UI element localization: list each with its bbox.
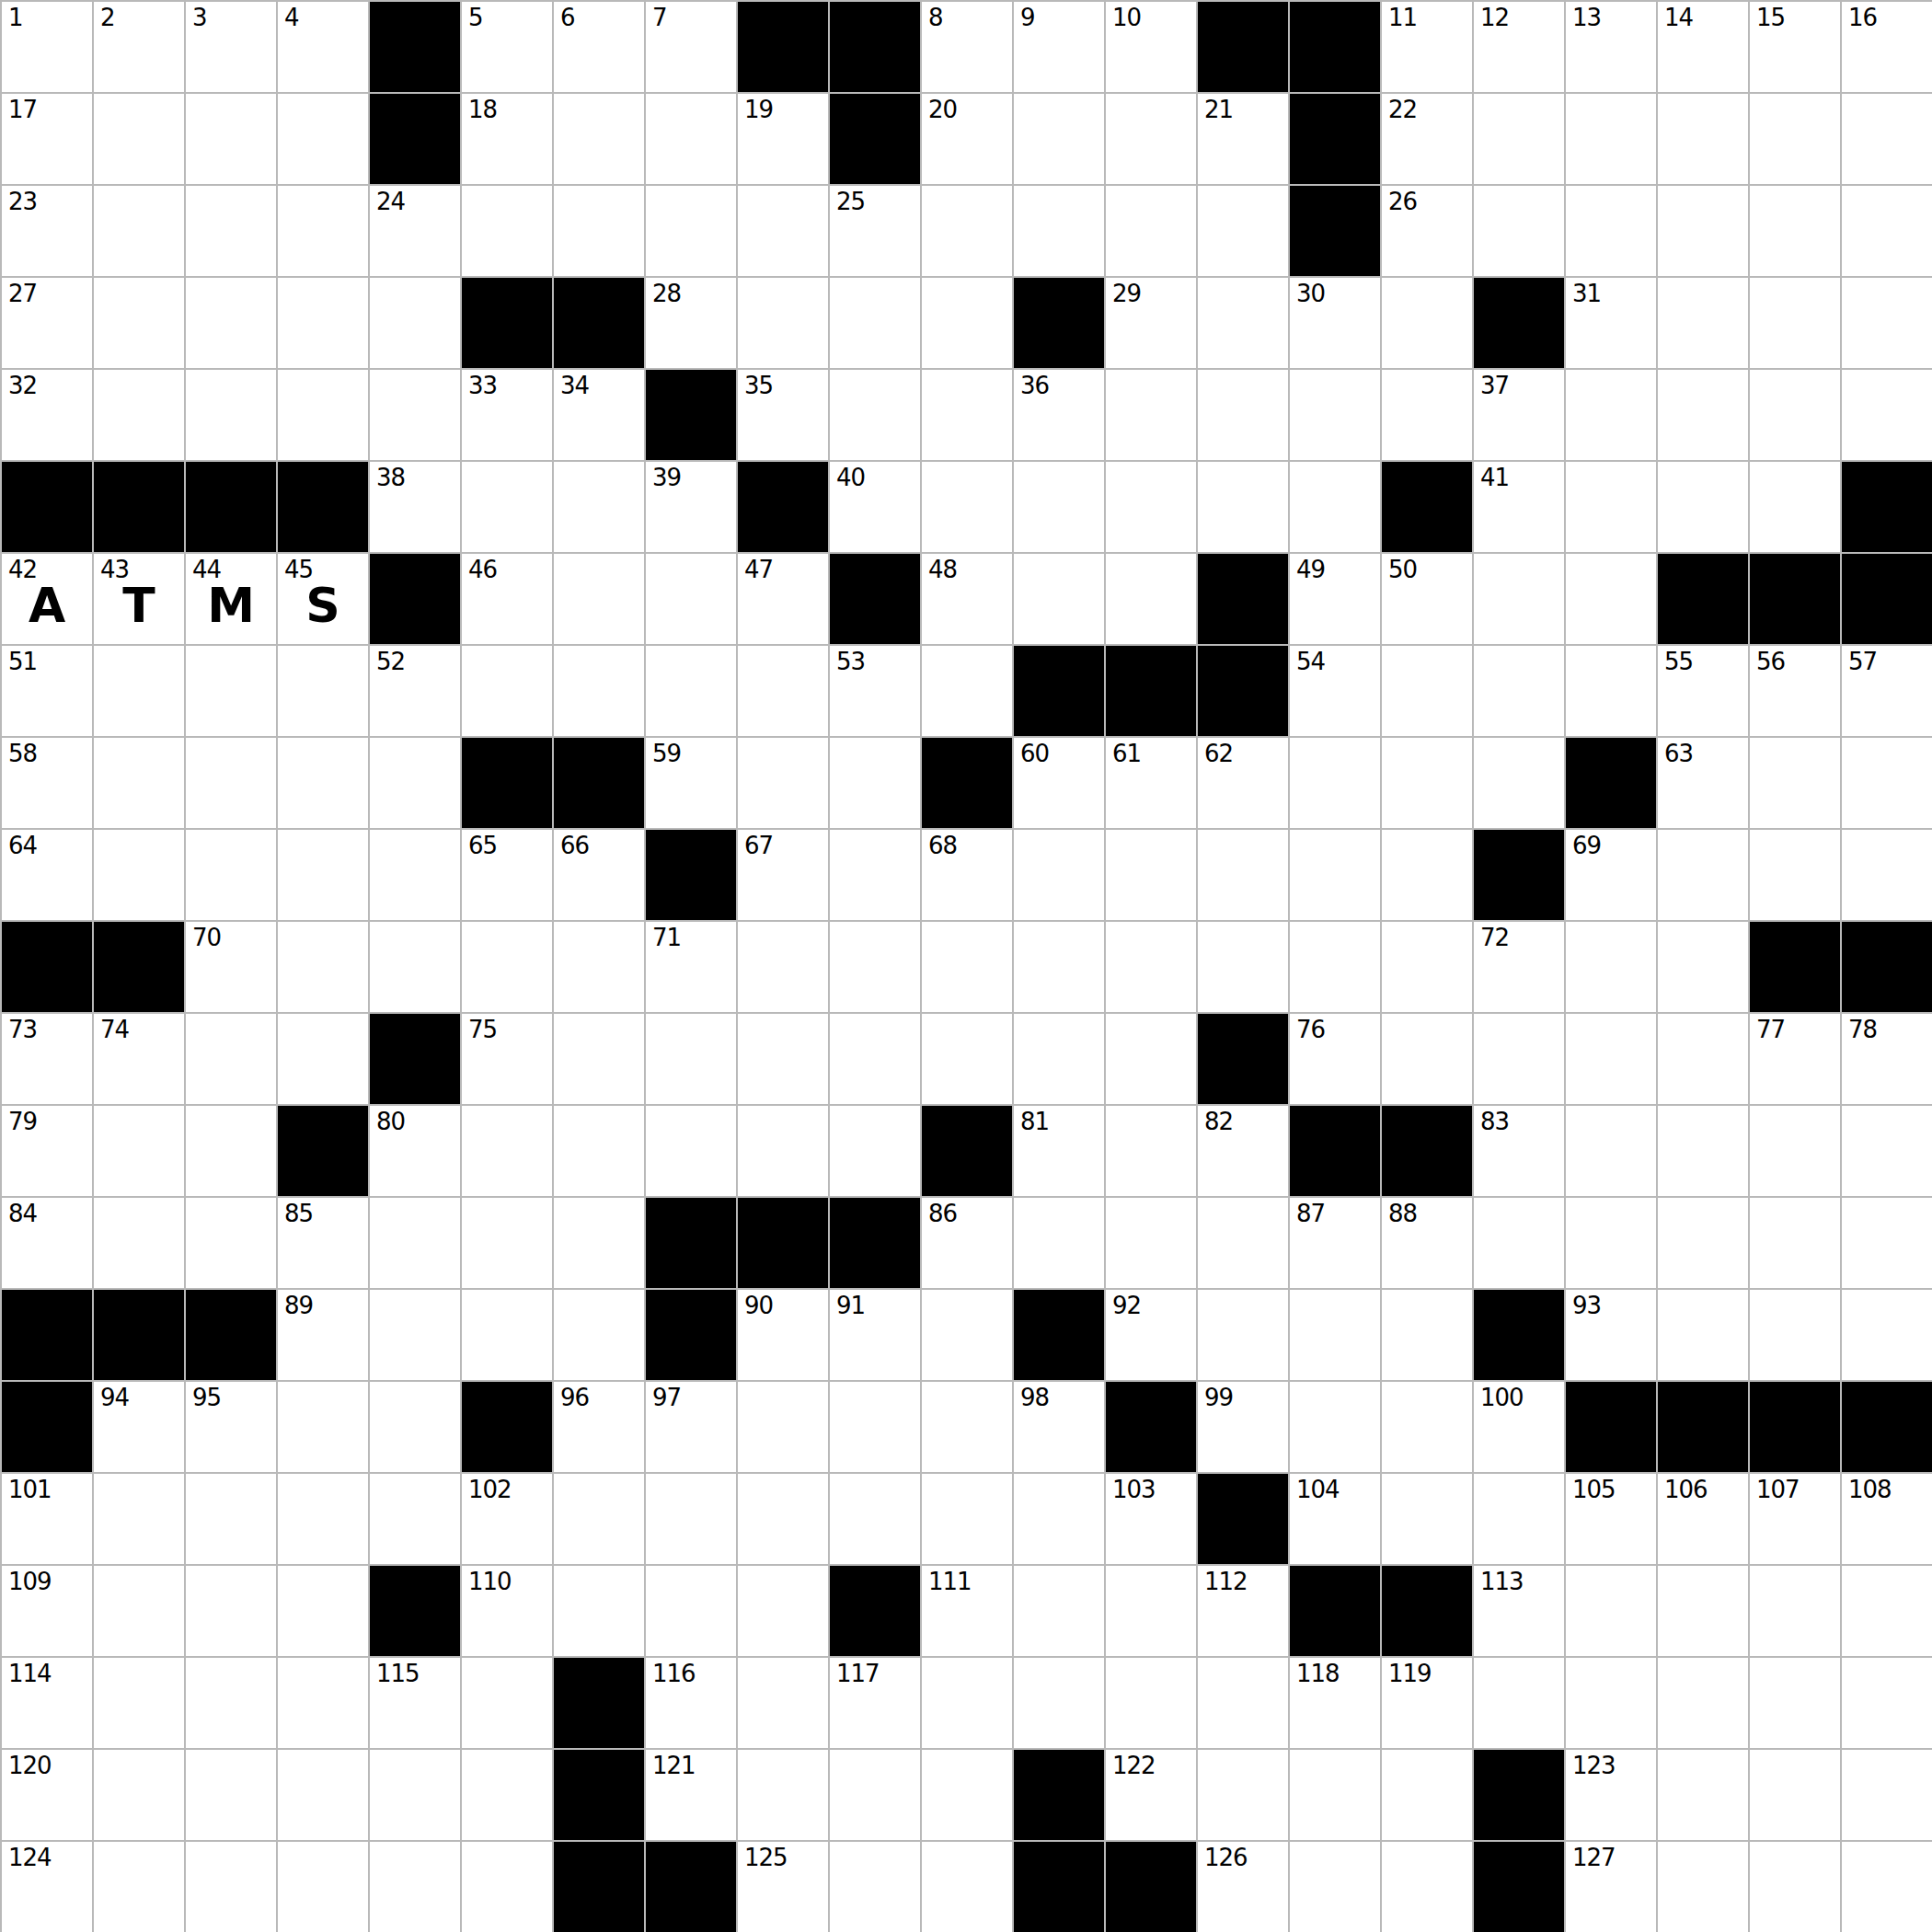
cell-r6c8[interactable]: 47 xyxy=(738,554,828,644)
cell-r18c0[interactable]: 114 xyxy=(2,1658,92,1748)
cell-r8c0[interactable]: 58 xyxy=(2,738,92,828)
cell-r16c1[interactable] xyxy=(94,1474,184,1564)
cell-r15c4[interactable] xyxy=(370,1382,460,1472)
cell-r19c10[interactable] xyxy=(922,1750,1012,1840)
cell-r10c12[interactable] xyxy=(1106,922,1196,1012)
cell-r17c11[interactable] xyxy=(1014,1566,1104,1656)
cell-r8c12[interactable]: 61 xyxy=(1106,738,1196,828)
cell-r7c5[interactable] xyxy=(462,646,552,736)
cell-r0c15[interactable]: 11 xyxy=(1382,2,1472,92)
cell-r3c13[interactable] xyxy=(1198,278,1288,368)
cell-r7c6[interactable] xyxy=(554,646,644,736)
cell-r7c19[interactable]: 56 xyxy=(1750,646,1840,736)
cell-r14c9[interactable]: 91 xyxy=(830,1290,920,1380)
cell-r8c13[interactable]: 62 xyxy=(1198,738,1288,828)
cell-r3c2[interactable] xyxy=(186,278,276,368)
cell-r12c18[interactable] xyxy=(1658,1106,1748,1196)
cell-r7c7[interactable] xyxy=(646,646,736,736)
cell-r11c15[interactable] xyxy=(1382,1014,1472,1104)
cell-r3c3[interactable] xyxy=(278,278,368,368)
cell-r14c4[interactable] xyxy=(370,1290,460,1380)
cell-r8c14[interactable] xyxy=(1290,738,1380,828)
cell-r18c12[interactable] xyxy=(1106,1658,1196,1748)
cell-r14c5[interactable] xyxy=(462,1290,552,1380)
cell-r8c15[interactable] xyxy=(1382,738,1472,828)
cell-r2c18[interactable] xyxy=(1658,186,1748,276)
cell-r1c11[interactable] xyxy=(1014,94,1104,184)
cell-r11c3[interactable] xyxy=(278,1014,368,1104)
cell-r12c19[interactable] xyxy=(1750,1106,1840,1196)
cell-r1c13[interactable]: 21 xyxy=(1198,94,1288,184)
cell-r11c10[interactable] xyxy=(922,1014,1012,1104)
cell-r11c9[interactable] xyxy=(830,1014,920,1104)
cell-r16c18[interactable]: 106 xyxy=(1658,1474,1748,1564)
cell-r6c2[interactable]: 44M xyxy=(186,554,276,644)
cell-r12c8[interactable] xyxy=(738,1106,828,1196)
cell-r2c4[interactable]: 24 xyxy=(370,186,460,276)
cell-r4c14[interactable] xyxy=(1290,370,1380,460)
cell-r19c13[interactable] xyxy=(1198,1750,1288,1840)
cell-r4c5[interactable]: 33 xyxy=(462,370,552,460)
cell-r20c5[interactable] xyxy=(462,1842,552,1932)
cell-r10c5[interactable] xyxy=(462,922,552,1012)
cell-r4c19[interactable] xyxy=(1750,370,1840,460)
cell-r16c7[interactable] xyxy=(646,1474,736,1564)
cell-r7c2[interactable] xyxy=(186,646,276,736)
cell-r17c12[interactable] xyxy=(1106,1566,1196,1656)
cell-r3c19[interactable] xyxy=(1750,278,1840,368)
cell-r16c9[interactable] xyxy=(830,1474,920,1564)
cell-r5c6[interactable] xyxy=(554,462,644,552)
cell-r14c19[interactable] xyxy=(1750,1290,1840,1380)
cell-r7c8[interactable] xyxy=(738,646,828,736)
cell-r16c6[interactable] xyxy=(554,1474,644,1564)
cell-r16c20[interactable]: 108 xyxy=(1842,1474,1932,1564)
cell-r13c6[interactable] xyxy=(554,1198,644,1288)
cell-r1c20[interactable] xyxy=(1842,94,1932,184)
cell-r13c5[interactable] xyxy=(462,1198,552,1288)
cell-r18c15[interactable]: 119 xyxy=(1382,1658,1472,1748)
cell-r17c17[interactable] xyxy=(1566,1566,1656,1656)
cell-r4c15[interactable] xyxy=(1382,370,1472,460)
cell-r4c2[interactable] xyxy=(186,370,276,460)
cell-r11c17[interactable] xyxy=(1566,1014,1656,1104)
cell-r18c16[interactable] xyxy=(1474,1658,1564,1748)
cell-r3c10[interactable] xyxy=(922,278,1012,368)
cell-r5c11[interactable] xyxy=(1014,462,1104,552)
cell-r19c3[interactable] xyxy=(278,1750,368,1840)
cell-r18c17[interactable] xyxy=(1566,1658,1656,1748)
cell-r18c19[interactable] xyxy=(1750,1658,1840,1748)
cell-r13c14[interactable]: 87 xyxy=(1290,1198,1380,1288)
cell-r8c20[interactable] xyxy=(1842,738,1932,828)
cell-r15c1[interactable]: 94 xyxy=(94,1382,184,1472)
cell-r20c3[interactable] xyxy=(278,1842,368,1932)
cell-r17c19[interactable] xyxy=(1750,1566,1840,1656)
cell-r16c0[interactable]: 101 xyxy=(2,1474,92,1564)
cell-r19c19[interactable] xyxy=(1750,1750,1840,1840)
cell-r20c17[interactable]: 127 xyxy=(1566,1842,1656,1932)
cell-r11c11[interactable] xyxy=(1014,1014,1104,1104)
cell-r1c6[interactable] xyxy=(554,94,644,184)
cell-r8c18[interactable]: 63 xyxy=(1658,738,1748,828)
cell-r4c18[interactable] xyxy=(1658,370,1748,460)
cell-r19c9[interactable] xyxy=(830,1750,920,1840)
cell-r13c16[interactable] xyxy=(1474,1198,1564,1288)
cell-r2c7[interactable] xyxy=(646,186,736,276)
cell-r12c6[interactable] xyxy=(554,1106,644,1196)
cell-r18c2[interactable] xyxy=(186,1658,276,1748)
cell-r0c17[interactable]: 13 xyxy=(1566,2,1656,92)
cell-r11c1[interactable]: 74 xyxy=(94,1014,184,1104)
cell-r4c6[interactable]: 34 xyxy=(554,370,644,460)
cell-r0c19[interactable]: 15 xyxy=(1750,2,1840,92)
cell-r5c10[interactable] xyxy=(922,462,1012,552)
cell-r4c13[interactable] xyxy=(1198,370,1288,460)
cell-r6c17[interactable] xyxy=(1566,554,1656,644)
cell-r7c18[interactable]: 55 xyxy=(1658,646,1748,736)
cell-r7c9[interactable]: 53 xyxy=(830,646,920,736)
cell-r18c3[interactable] xyxy=(278,1658,368,1748)
cell-r16c10[interactable] xyxy=(922,1474,1012,1564)
cell-r9c15[interactable] xyxy=(1382,830,1472,920)
cell-r10c17[interactable] xyxy=(1566,922,1656,1012)
cell-r0c6[interactable]: 6 xyxy=(554,2,644,92)
cell-r18c14[interactable]: 118 xyxy=(1290,1658,1380,1748)
cell-r11c12[interactable] xyxy=(1106,1014,1196,1104)
cell-r19c20[interactable] xyxy=(1842,1750,1932,1840)
cell-r1c15[interactable]: 22 xyxy=(1382,94,1472,184)
cell-r14c10[interactable] xyxy=(922,1290,1012,1380)
cell-r6c0[interactable]: 42A xyxy=(2,554,92,644)
cell-r13c17[interactable] xyxy=(1566,1198,1656,1288)
cell-r7c16[interactable] xyxy=(1474,646,1564,736)
cell-r12c12[interactable] xyxy=(1106,1106,1196,1196)
cell-r17c0[interactable]: 109 xyxy=(2,1566,92,1656)
cell-r19c14[interactable] xyxy=(1290,1750,1380,1840)
cell-r20c15[interactable] xyxy=(1382,1842,1472,1932)
cell-r14c13[interactable] xyxy=(1198,1290,1288,1380)
cell-r19c8[interactable] xyxy=(738,1750,828,1840)
cell-r11c0[interactable]: 73 xyxy=(2,1014,92,1104)
cell-r9c20[interactable] xyxy=(1842,830,1932,920)
cell-r9c6[interactable]: 66 xyxy=(554,830,644,920)
cell-r0c18[interactable]: 14 xyxy=(1658,2,1748,92)
cell-r8c2[interactable] xyxy=(186,738,276,828)
cell-r7c17[interactable] xyxy=(1566,646,1656,736)
cell-r18c13[interactable] xyxy=(1198,1658,1288,1748)
cell-r9c12[interactable] xyxy=(1106,830,1196,920)
cell-r0c16[interactable]: 12 xyxy=(1474,2,1564,92)
cell-r12c20[interactable] xyxy=(1842,1106,1932,1196)
cell-r8c8[interactable] xyxy=(738,738,828,828)
cell-r9c10[interactable]: 68 xyxy=(922,830,1012,920)
cell-r15c6[interactable]: 96 xyxy=(554,1382,644,1472)
cell-r20c13[interactable]: 126 xyxy=(1198,1842,1288,1932)
cell-r4c10[interactable] xyxy=(922,370,1012,460)
cell-r14c14[interactable] xyxy=(1290,1290,1380,1380)
cell-r14c18[interactable] xyxy=(1658,1290,1748,1380)
cell-r8c9[interactable] xyxy=(830,738,920,828)
cell-r19c0[interactable]: 120 xyxy=(2,1750,92,1840)
cell-r13c12[interactable] xyxy=(1106,1198,1196,1288)
cell-r6c15[interactable]: 50 xyxy=(1382,554,1472,644)
cell-r14c3[interactable]: 89 xyxy=(278,1290,368,1380)
cell-r11c19[interactable]: 77 xyxy=(1750,1014,1840,1104)
cell-r10c4[interactable] xyxy=(370,922,460,1012)
cell-r7c15[interactable] xyxy=(1382,646,1472,736)
cell-r11c7[interactable] xyxy=(646,1014,736,1104)
cell-r4c11[interactable]: 36 xyxy=(1014,370,1104,460)
cell-r1c8[interactable]: 19 xyxy=(738,94,828,184)
cell-r3c17[interactable]: 31 xyxy=(1566,278,1656,368)
cell-r15c3[interactable] xyxy=(278,1382,368,1472)
cell-r9c17[interactable]: 69 xyxy=(1566,830,1656,920)
cell-r2c12[interactable] xyxy=(1106,186,1196,276)
cell-r7c1[interactable] xyxy=(94,646,184,736)
cell-r11c2[interactable] xyxy=(186,1014,276,1104)
cell-r9c14[interactable] xyxy=(1290,830,1380,920)
cell-r2c20[interactable] xyxy=(1842,186,1932,276)
cell-r9c3[interactable] xyxy=(278,830,368,920)
cell-r15c13[interactable]: 99 xyxy=(1198,1382,1288,1472)
cell-r15c11[interactable]: 98 xyxy=(1014,1382,1104,1472)
cell-r11c6[interactable] xyxy=(554,1014,644,1104)
cell-r11c5[interactable]: 75 xyxy=(462,1014,552,1104)
cell-r18c4[interactable]: 115 xyxy=(370,1658,460,1748)
cell-r10c11[interactable] xyxy=(1014,922,1104,1012)
cell-r5c19[interactable] xyxy=(1750,462,1840,552)
cell-r3c12[interactable]: 29 xyxy=(1106,278,1196,368)
cell-r2c17[interactable] xyxy=(1566,186,1656,276)
cell-r18c9[interactable]: 117 xyxy=(830,1658,920,1748)
cell-r0c5[interactable]: 5 xyxy=(462,2,552,92)
cell-r2c13[interactable] xyxy=(1198,186,1288,276)
cell-r8c19[interactable] xyxy=(1750,738,1840,828)
cell-r17c1[interactable] xyxy=(94,1566,184,1656)
cell-r2c6[interactable] xyxy=(554,186,644,276)
cell-r5c13[interactable] xyxy=(1198,462,1288,552)
cell-r1c1[interactable] xyxy=(94,94,184,184)
cell-r6c10[interactable]: 48 xyxy=(922,554,1012,644)
cell-r12c9[interactable] xyxy=(830,1106,920,1196)
cell-r17c10[interactable]: 111 xyxy=(922,1566,1012,1656)
cell-r16c8[interactable] xyxy=(738,1474,828,1564)
cell-r15c16[interactable]: 100 xyxy=(1474,1382,1564,1472)
cell-r2c5[interactable] xyxy=(462,186,552,276)
cell-r12c2[interactable] xyxy=(186,1106,276,1196)
cell-r18c5[interactable] xyxy=(462,1658,552,1748)
cell-r16c15[interactable] xyxy=(1382,1474,1472,1564)
cell-r13c15[interactable]: 88 xyxy=(1382,1198,1472,1288)
cell-r5c5[interactable] xyxy=(462,462,552,552)
cell-r18c20[interactable] xyxy=(1842,1658,1932,1748)
cell-r1c18[interactable] xyxy=(1658,94,1748,184)
cell-r5c14[interactable] xyxy=(1290,462,1380,552)
cell-r13c11[interactable] xyxy=(1014,1198,1104,1288)
cell-r16c17[interactable]: 105 xyxy=(1566,1474,1656,1564)
cell-r0c11[interactable]: 9 xyxy=(1014,2,1104,92)
cell-r3c0[interactable]: 27 xyxy=(2,278,92,368)
cell-r4c20[interactable] xyxy=(1842,370,1932,460)
cell-r14c15[interactable] xyxy=(1382,1290,1472,1380)
cell-r16c12[interactable]: 103 xyxy=(1106,1474,1196,1564)
cell-r0c7[interactable]: 7 xyxy=(646,2,736,92)
cell-r9c19[interactable] xyxy=(1750,830,1840,920)
cell-r18c10[interactable] xyxy=(922,1658,1012,1748)
cell-r12c0[interactable]: 79 xyxy=(2,1106,92,1196)
cell-r11c18[interactable] xyxy=(1658,1014,1748,1104)
cell-r4c1[interactable] xyxy=(94,370,184,460)
cell-r19c1[interactable] xyxy=(94,1750,184,1840)
cell-r4c9[interactable] xyxy=(830,370,920,460)
cell-r3c4[interactable] xyxy=(370,278,460,368)
cell-r10c14[interactable] xyxy=(1290,922,1380,1012)
cell-r10c2[interactable]: 70 xyxy=(186,922,276,1012)
cell-r10c13[interactable] xyxy=(1198,922,1288,1012)
cell-r5c18[interactable] xyxy=(1658,462,1748,552)
cell-r12c17[interactable] xyxy=(1566,1106,1656,1196)
cell-r11c20[interactable]: 78 xyxy=(1842,1014,1932,1104)
cell-r1c0[interactable]: 17 xyxy=(2,94,92,184)
cell-r0c12[interactable]: 10 xyxy=(1106,2,1196,92)
cell-r7c3[interactable] xyxy=(278,646,368,736)
cell-r8c7[interactable]: 59 xyxy=(646,738,736,828)
cell-r16c16[interactable] xyxy=(1474,1474,1564,1564)
cell-r4c17[interactable] xyxy=(1566,370,1656,460)
cell-r11c8[interactable] xyxy=(738,1014,828,1104)
cell-r4c16[interactable]: 37 xyxy=(1474,370,1564,460)
cell-r6c12[interactable] xyxy=(1106,554,1196,644)
cell-r16c2[interactable] xyxy=(186,1474,276,1564)
cell-r15c9[interactable] xyxy=(830,1382,920,1472)
cell-r9c18[interactable] xyxy=(1658,830,1748,920)
cell-r17c3[interactable] xyxy=(278,1566,368,1656)
cell-r10c6[interactable] xyxy=(554,922,644,1012)
cell-r14c12[interactable]: 92 xyxy=(1106,1290,1196,1380)
cell-r1c10[interactable]: 20 xyxy=(922,94,1012,184)
cell-r13c10[interactable]: 86 xyxy=(922,1198,1012,1288)
cell-r6c11[interactable] xyxy=(1014,554,1104,644)
cell-r20c19[interactable] xyxy=(1750,1842,1840,1932)
cell-r3c1[interactable] xyxy=(94,278,184,368)
cell-r1c19[interactable] xyxy=(1750,94,1840,184)
cell-r13c1[interactable] xyxy=(94,1198,184,1288)
cell-r10c18[interactable] xyxy=(1658,922,1748,1012)
cell-r12c1[interactable] xyxy=(94,1106,184,1196)
cell-r18c7[interactable]: 116 xyxy=(646,1658,736,1748)
cell-r8c1[interactable] xyxy=(94,738,184,828)
cell-r1c16[interactable] xyxy=(1474,94,1564,184)
cell-r12c5[interactable] xyxy=(462,1106,552,1196)
cell-r1c3[interactable] xyxy=(278,94,368,184)
cell-r12c4[interactable]: 80 xyxy=(370,1106,460,1196)
cell-r11c14[interactable]: 76 xyxy=(1290,1014,1380,1104)
cell-r2c10[interactable] xyxy=(922,186,1012,276)
cell-r14c17[interactable]: 93 xyxy=(1566,1290,1656,1380)
cell-r2c15[interactable]: 26 xyxy=(1382,186,1472,276)
cell-r12c7[interactable] xyxy=(646,1106,736,1196)
cell-r1c12[interactable] xyxy=(1106,94,1196,184)
cell-r19c5[interactable] xyxy=(462,1750,552,1840)
cell-r12c16[interactable]: 83 xyxy=(1474,1106,1564,1196)
cell-r19c12[interactable]: 122 xyxy=(1106,1750,1196,1840)
cell-r1c7[interactable] xyxy=(646,94,736,184)
cell-r13c13[interactable] xyxy=(1198,1198,1288,1288)
cell-r2c11[interactable] xyxy=(1014,186,1104,276)
cell-r4c3[interactable] xyxy=(278,370,368,460)
cell-r3c8[interactable] xyxy=(738,278,828,368)
cell-r5c7[interactable]: 39 xyxy=(646,462,736,552)
cell-r6c16[interactable] xyxy=(1474,554,1564,644)
cell-r1c17[interactable] xyxy=(1566,94,1656,184)
cell-r7c14[interactable]: 54 xyxy=(1290,646,1380,736)
cell-r2c1[interactable] xyxy=(94,186,184,276)
cell-r10c10[interactable] xyxy=(922,922,1012,1012)
cell-r7c20[interactable]: 57 xyxy=(1842,646,1932,736)
cell-r18c8[interactable] xyxy=(738,1658,828,1748)
cell-r20c1[interactable] xyxy=(94,1842,184,1932)
cell-r20c9[interactable] xyxy=(830,1842,920,1932)
cell-r6c7[interactable] xyxy=(646,554,736,644)
cell-r8c3[interactable] xyxy=(278,738,368,828)
cell-r13c19[interactable] xyxy=(1750,1198,1840,1288)
cell-r18c18[interactable] xyxy=(1658,1658,1748,1748)
cell-r19c15[interactable] xyxy=(1382,1750,1472,1840)
cell-r1c5[interactable]: 18 xyxy=(462,94,552,184)
cell-r3c14[interactable]: 30 xyxy=(1290,278,1380,368)
cell-r9c0[interactable]: 64 xyxy=(2,830,92,920)
cell-r9c8[interactable]: 67 xyxy=(738,830,828,920)
cell-r7c10[interactable] xyxy=(922,646,1012,736)
cell-r9c11[interactable] xyxy=(1014,830,1104,920)
cell-r5c17[interactable] xyxy=(1566,462,1656,552)
cell-r9c4[interactable] xyxy=(370,830,460,920)
cell-r20c18[interactable] xyxy=(1658,1842,1748,1932)
cell-r15c10[interactable] xyxy=(922,1382,1012,1472)
cell-r0c1[interactable]: 2 xyxy=(94,2,184,92)
cell-r5c16[interactable]: 41 xyxy=(1474,462,1564,552)
cell-r17c7[interactable] xyxy=(646,1566,736,1656)
cell-r14c8[interactable]: 90 xyxy=(738,1290,828,1380)
cell-r16c5[interactable]: 102 xyxy=(462,1474,552,1564)
cell-r17c18[interactable] xyxy=(1658,1566,1748,1656)
cell-r4c4[interactable] xyxy=(370,370,460,460)
cell-r3c7[interactable]: 28 xyxy=(646,278,736,368)
cell-r9c2[interactable] xyxy=(186,830,276,920)
cell-r17c20[interactable] xyxy=(1842,1566,1932,1656)
cell-r1c2[interactable] xyxy=(186,94,276,184)
cell-r20c14[interactable] xyxy=(1290,1842,1380,1932)
cell-r20c10[interactable] xyxy=(922,1842,1012,1932)
cell-r17c13[interactable]: 112 xyxy=(1198,1566,1288,1656)
cell-r10c16[interactable]: 72 xyxy=(1474,922,1564,1012)
cell-r2c2[interactable] xyxy=(186,186,276,276)
cell-r5c9[interactable]: 40 xyxy=(830,462,920,552)
cell-r18c1[interactable] xyxy=(94,1658,184,1748)
cell-r4c0[interactable]: 32 xyxy=(2,370,92,460)
cell-r19c4[interactable] xyxy=(370,1750,460,1840)
cell-r2c3[interactable] xyxy=(278,186,368,276)
cell-r3c20[interactable] xyxy=(1842,278,1932,368)
cell-r15c14[interactable] xyxy=(1290,1382,1380,1472)
cell-r12c11[interactable]: 81 xyxy=(1014,1106,1104,1196)
cell-r9c13[interactable] xyxy=(1198,830,1288,920)
cell-r3c15[interactable] xyxy=(1382,278,1472,368)
cell-r19c7[interactable]: 121 xyxy=(646,1750,736,1840)
cell-r16c14[interactable]: 104 xyxy=(1290,1474,1380,1564)
cell-r10c7[interactable]: 71 xyxy=(646,922,736,1012)
